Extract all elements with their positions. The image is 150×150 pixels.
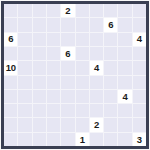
clue-cell: 6 [61,47,74,60]
cell[interactable] [104,33,117,46]
cell[interactable] [90,47,103,60]
cell[interactable] [33,18,46,31]
cell[interactable] [33,104,46,117]
cell[interactable] [18,118,31,131]
clue-cell: 1 [76,133,89,146]
cell[interactable] [76,118,89,131]
cell[interactable] [4,76,17,89]
cell[interactable] [76,76,89,89]
cell[interactable] [90,4,103,17]
cell[interactable] [33,118,46,131]
cell[interactable] [4,47,17,60]
cell[interactable] [133,104,146,117]
cell[interactable] [76,61,89,74]
cell[interactable] [18,133,31,146]
cell[interactable] [33,90,46,103]
cell[interactable] [104,118,117,131]
cell[interactable] [90,33,103,46]
cell[interactable] [33,33,46,46]
cell[interactable] [4,118,17,131]
cell[interactable] [90,18,103,31]
cell[interactable] [18,47,31,60]
cell[interactable] [47,76,60,89]
cell[interactable] [133,118,146,131]
cell[interactable] [4,133,17,146]
cell[interactable] [133,47,146,60]
cell[interactable] [118,104,131,117]
cell[interactable] [61,61,74,74]
clue-cell: 10 [4,61,17,74]
cell[interactable] [33,47,46,60]
cell[interactable] [61,133,74,146]
clue-cell: 6 [4,33,17,46]
cell[interactable] [76,18,89,31]
cell[interactable] [118,133,131,146]
cell[interactable] [47,4,60,17]
clue-cell: 2 [61,4,74,17]
cell[interactable] [104,4,117,17]
cell[interactable] [18,4,31,17]
cell[interactable] [133,76,146,89]
cell[interactable] [33,61,46,74]
cell[interactable] [61,33,74,46]
nurikabe-board: 266461044213 [1,1,149,149]
cell[interactable] [18,61,31,74]
cell[interactable] [118,76,131,89]
cell[interactable] [76,33,89,46]
cell[interactable] [18,104,31,117]
cell[interactable] [133,18,146,31]
cell[interactable] [33,4,46,17]
cell[interactable] [47,133,60,146]
cell[interactable] [47,104,60,117]
cell[interactable] [104,47,117,60]
cell[interactable] [47,61,60,74]
clue-cell: 4 [133,33,146,46]
cell[interactable] [47,47,60,60]
cell[interactable] [4,90,17,103]
cell[interactable] [61,104,74,117]
cell[interactable] [76,4,89,17]
cell[interactable] [90,76,103,89]
cell[interactable] [4,18,17,31]
clue-cell: 2 [90,118,103,131]
cell[interactable] [4,104,17,117]
cell[interactable] [61,76,74,89]
cell[interactable] [133,61,146,74]
cell[interactable] [47,90,60,103]
cell[interactable] [18,76,31,89]
cell[interactable] [76,104,89,117]
cell[interactable] [61,118,74,131]
clue-cell: 4 [90,61,103,74]
cell[interactable] [118,47,131,60]
cell[interactable] [104,76,117,89]
cell[interactable] [61,18,74,31]
cell[interactable] [118,4,131,17]
cell[interactable] [61,90,74,103]
cell[interactable] [47,118,60,131]
cell[interactable] [133,4,146,17]
cell[interactable] [4,4,17,17]
cell[interactable] [90,133,103,146]
cell[interactable] [104,90,117,103]
cell[interactable] [18,18,31,31]
cell[interactable] [104,104,117,117]
cell[interactable] [90,104,103,117]
cell[interactable] [104,61,117,74]
cell[interactable] [33,133,46,146]
cell[interactable] [18,90,31,103]
cell[interactable] [18,33,31,46]
clue-cell: 6 [104,18,117,31]
cell[interactable] [118,33,131,46]
clue-cell: 4 [118,90,131,103]
cell[interactable] [33,76,46,89]
cell[interactable] [118,61,131,74]
cell[interactable] [118,18,131,31]
cell[interactable] [133,90,146,103]
cell[interactable] [90,90,103,103]
clue-cell: 3 [133,133,146,146]
cell[interactable] [104,133,117,146]
cell[interactable] [76,47,89,60]
cell[interactable] [47,18,60,31]
cell[interactable] [47,33,60,46]
cell[interactable] [118,118,131,131]
cell[interactable] [76,90,89,103]
